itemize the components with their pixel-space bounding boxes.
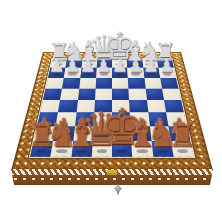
square-e6 <box>112 78 129 89</box>
piece-silver-pawn: ♟ <box>96 57 112 74</box>
board-frame: ♜♞♝♛♚♝♞♜♟♟♟♟♟♟♟♟♟♟♟♟♟♟♟♟♜♞♝♛♚♝♞♜ <box>11 52 213 170</box>
box-front-panel <box>11 169 213 185</box>
chess-set-scene: ♜♞♝♛♚♝♞♜♟♟♟♟♟♟♟♟♟♟♟♟♟♟♟♟♜♞♝♛♚♝♞♜ <box>0 0 222 222</box>
square-a6 <box>46 78 64 89</box>
latch-plate <box>107 170 117 175</box>
piece-copper-rook: ♜ <box>168 119 197 152</box>
square-h4 <box>164 100 184 112</box>
piece-silver-pawn: ♟ <box>80 57 96 74</box>
square-c7: ♟ <box>80 68 97 78</box>
square-h7: ♟ <box>158 68 176 78</box>
square-b6 <box>62 78 80 89</box>
piece-silver-pawn: ♟ <box>65 57 81 74</box>
square-g6 <box>144 78 162 89</box>
square-b7: ♟ <box>64 68 81 78</box>
square-f7: ♟ <box>127 68 144 78</box>
square-h5 <box>162 88 181 100</box>
piece-silver-pawn: ♟ <box>160 57 176 74</box>
square-g5 <box>145 88 164 100</box>
square-a4 <box>40 100 60 112</box>
square-h6 <box>160 78 178 89</box>
square-e7: ♟ <box>112 68 128 78</box>
product-photo-stage: ♜♞♝♛♚♝♞♜♟♟♟♟♟♟♟♟♟♟♟♟♟♟♟♟♜♞♝♛♚♝♞♜ <box>0 0 222 222</box>
piece-silver-pawn: ♟ <box>144 57 160 74</box>
piece-silver-pawn: ♟ <box>112 57 128 74</box>
square-b5 <box>60 88 79 100</box>
square-a7: ♟ <box>48 68 66 78</box>
square-d7: ♟ <box>96 68 112 78</box>
board-grid: ♜♞♝♛♚♝♞♜♟♟♟♟♟♟♟♟♟♟♟♟♟♟♟♟♜♞♝♛♚♝♞♜ <box>30 59 194 157</box>
square-c5 <box>78 88 96 100</box>
front-panel-wood-inlay <box>11 175 213 185</box>
square-d6 <box>95 78 112 89</box>
square-f6 <box>128 78 145 89</box>
square-h1: ♜ <box>171 141 194 157</box>
square-a5 <box>43 88 62 100</box>
square-c6 <box>79 78 96 89</box>
piece-silver-pawn: ♟ <box>49 57 65 74</box>
square-g7: ♟ <box>143 68 160 78</box>
piece-silver-pawn: ♟ <box>128 57 144 74</box>
